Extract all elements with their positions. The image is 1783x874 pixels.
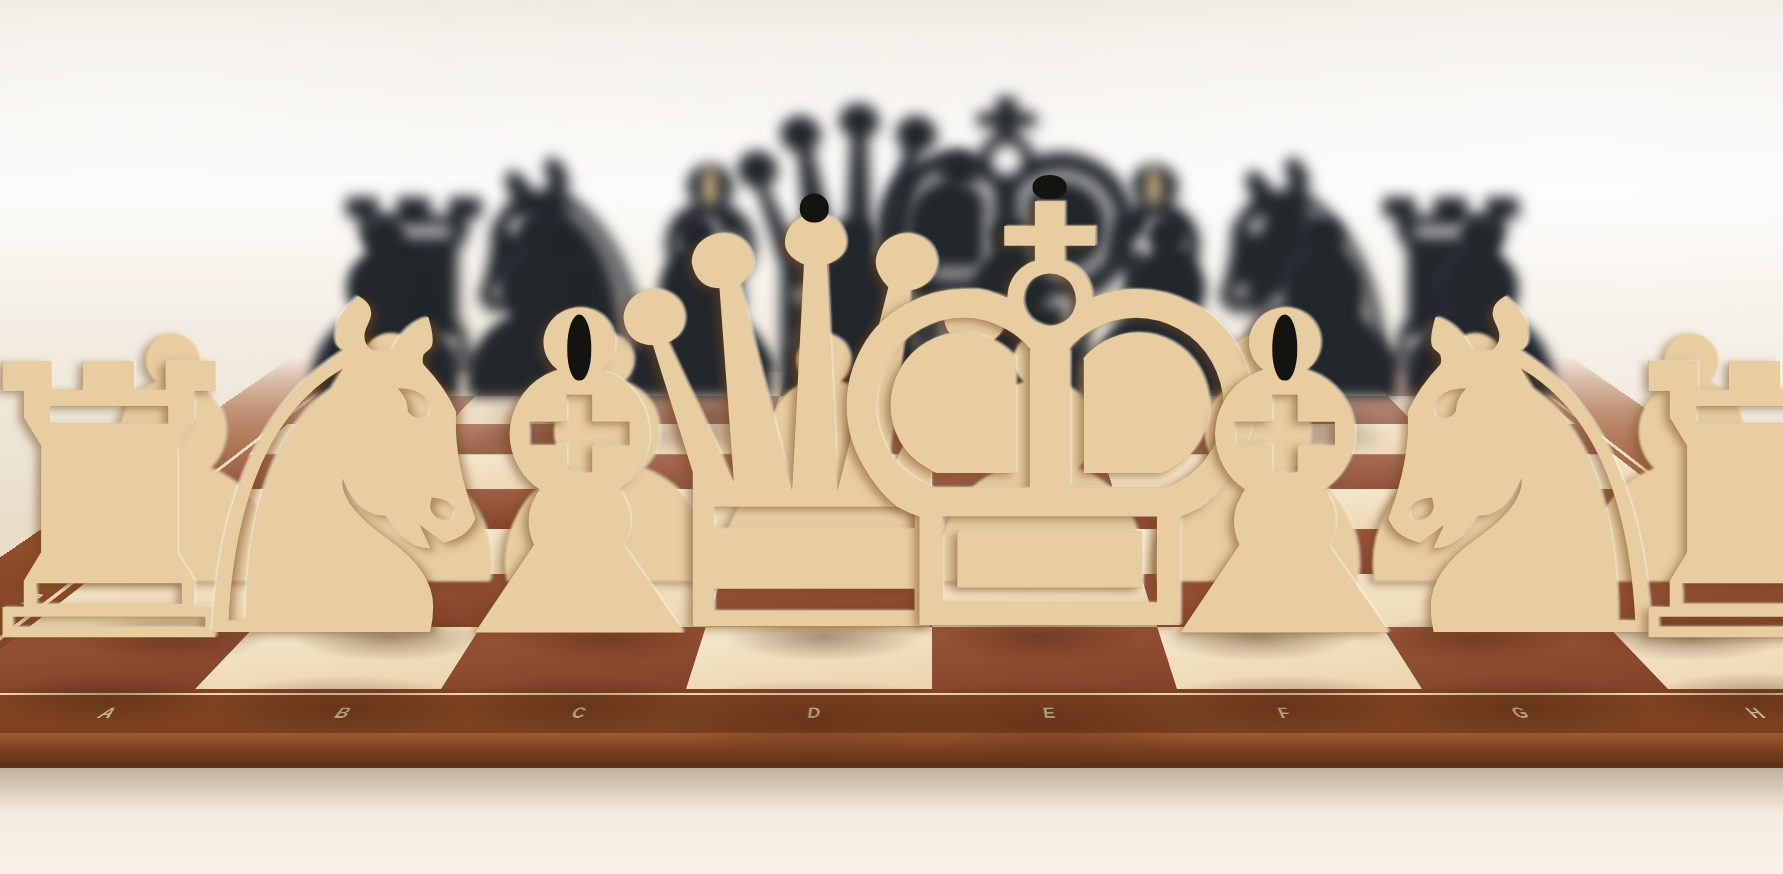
square-b7 bbox=[449, 396, 627, 423]
bishop-finial bbox=[703, 168, 717, 207]
square-g6 bbox=[1253, 424, 1443, 455]
square-b4 bbox=[349, 489, 569, 529]
board-grid bbox=[0, 372, 1783, 689]
square-c4 bbox=[543, 489, 750, 529]
square-g5 bbox=[1273, 454, 1477, 489]
square-f2 bbox=[1140, 574, 1382, 627]
square-e5 bbox=[932, 454, 1114, 489]
square-f3 bbox=[1126, 529, 1349, 574]
square-a7 bbox=[288, 396, 475, 423]
photo-scene: ABCDEFGH 23 ♜♞♝♛♚♝♞♜♟♟♟♟♟♟♟♟♟♟♟♟♟♟♟♟♜♞♝♛… bbox=[0, 0, 1783, 874]
square-d7 bbox=[771, 396, 932, 423]
square-b5 bbox=[386, 454, 590, 489]
file-label-h: H bbox=[1740, 704, 1770, 721]
square-d2 bbox=[706, 574, 932, 627]
file-label-d: D bbox=[806, 704, 821, 721]
square-c6 bbox=[590, 424, 770, 455]
file-label-g: G bbox=[1507, 704, 1533, 721]
square-c3 bbox=[514, 529, 737, 574]
square-c7 bbox=[610, 396, 780, 423]
square-e7 bbox=[932, 396, 1093, 423]
square-c2 bbox=[480, 574, 722, 627]
square-e6 bbox=[932, 424, 1103, 455]
square-a6 bbox=[249, 424, 449, 455]
square-e8 bbox=[932, 372, 1084, 397]
square-d5 bbox=[750, 454, 932, 489]
square-b6 bbox=[420, 424, 610, 455]
square-a8 bbox=[323, 372, 499, 397]
square-d8 bbox=[779, 372, 931, 397]
square-a5 bbox=[205, 454, 420, 489]
square-h5 bbox=[1444, 454, 1659, 489]
square-h8 bbox=[1364, 372, 1540, 397]
square-h7 bbox=[1388, 396, 1575, 423]
rank-label-3: 3 bbox=[82, 543, 113, 557]
square-d4 bbox=[737, 489, 931, 529]
square-g7 bbox=[1236, 396, 1414, 423]
square-d3 bbox=[723, 529, 932, 574]
chess-board: ABCDEFGH 23 bbox=[0, 358, 1783, 733]
file-label-a: A bbox=[93, 704, 123, 721]
square-c1 bbox=[441, 627, 706, 689]
square-e1 bbox=[932, 627, 1177, 689]
square-e2 bbox=[932, 574, 1158, 627]
file-label-e: E bbox=[1042, 704, 1056, 721]
square-h6 bbox=[1414, 424, 1614, 455]
king-finial bbox=[1032, 175, 1067, 198]
rank-label-2: 2 bbox=[15, 591, 50, 607]
queen-finial bbox=[800, 193, 829, 222]
square-h4 bbox=[1477, 489, 1709, 529]
square-f6 bbox=[1092, 424, 1272, 455]
board-shadow bbox=[0, 766, 1783, 812]
square-d1 bbox=[686, 627, 931, 689]
board-front-edge bbox=[0, 733, 1783, 768]
file-label-c: C bbox=[568, 704, 588, 721]
square-b3 bbox=[305, 529, 543, 574]
square-f7 bbox=[1084, 396, 1254, 423]
square-f1 bbox=[1157, 627, 1422, 689]
square-c8 bbox=[627, 372, 787, 397]
square-b8 bbox=[475, 372, 643, 397]
square-d6 bbox=[761, 424, 932, 455]
square-f8 bbox=[1076, 372, 1236, 397]
square-f5 bbox=[1102, 454, 1295, 489]
square-e4 bbox=[932, 489, 1126, 529]
file-label-b: B bbox=[331, 704, 356, 721]
square-a4 bbox=[154, 489, 386, 529]
square-e3 bbox=[932, 529, 1141, 574]
square-c5 bbox=[568, 454, 761, 489]
square-g8 bbox=[1220, 372, 1388, 397]
bishop-finial bbox=[1147, 168, 1161, 207]
square-h3 bbox=[1515, 529, 1767, 574]
square-f4 bbox=[1113, 489, 1320, 529]
file-label-f: F bbox=[1275, 704, 1293, 721]
